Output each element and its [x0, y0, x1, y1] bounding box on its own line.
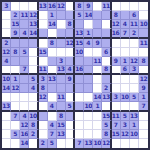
cell-r2c15-given: 6: [130, 11, 139, 20]
cell-r3c1-empty[interactable]: [2, 20, 11, 29]
cell-r6c16-empty[interactable]: [139, 48, 148, 57]
cell-r9c7-shaded-blank: [57, 75, 66, 84]
cell-r16c6-given: 5: [48, 139, 57, 148]
cell-r4c15-given: 2: [130, 29, 139, 38]
cell-r1c2-empty[interactable]: [11, 2, 20, 11]
cell-r7c13-given: 9: [112, 57, 121, 66]
cell-r8c14-given: 6: [121, 66, 130, 75]
cell-r5c10-given: 4: [84, 39, 93, 48]
cell-r13c3-given: 4: [20, 112, 29, 121]
cell-r7c16-given: 8: [139, 57, 148, 66]
cell-r2c1-empty[interactable]: [2, 11, 11, 20]
cell-r13c15-given: 13: [130, 112, 139, 121]
cell-r6c12-given: 6: [102, 48, 111, 57]
cell-r4c14-given: 7: [121, 29, 130, 38]
cell-r16c11-given: 10: [93, 139, 102, 148]
cell-r10c16-given: 9: [139, 84, 148, 93]
cell-r11c7-given: 11: [57, 93, 66, 102]
cell-r5c11-given: 9: [93, 39, 102, 48]
cell-r4c5-shaded-blank: [39, 29, 48, 38]
cell-r6c10-empty[interactable]: [84, 48, 93, 57]
cell-r3c12-empty[interactable]: [102, 20, 111, 29]
cell-r6c13-empty[interactable]: [112, 48, 121, 57]
cell-r13c2-given: 7: [11, 112, 20, 121]
cell-r4c16-shaded-blank: [139, 29, 148, 38]
cell-r11c10-empty[interactable]: [84, 93, 93, 102]
cell-r2c10-given: 14: [84, 11, 93, 20]
cell-r15c10-empty[interactable]: [84, 130, 93, 139]
cell-r7c3-shaded-blank: [20, 57, 29, 66]
cell-r15c11-empty[interactable]: [93, 130, 102, 139]
cell-r11c9-empty[interactable]: [75, 93, 84, 102]
cell-r3c15-given: 11: [130, 20, 139, 29]
cell-r1c4-empty[interactable]: [29, 2, 38, 11]
cell-r7c5-empty[interactable]: [39, 57, 48, 66]
cell-r14c14-given: 3: [121, 121, 130, 130]
cell-r10c11-empty[interactable]: [93, 84, 102, 93]
cell-r15c1-empty[interactable]: [2, 130, 11, 139]
cell-r11c3-empty[interactable]: [20, 93, 29, 102]
cell-r7c6-shaded-blank: [48, 57, 57, 66]
cell-r8c5-given: 11: [39, 66, 48, 75]
cell-r8c1-empty[interactable]: [2, 66, 11, 75]
cell-r14c1-empty[interactable]: [2, 121, 11, 130]
cell-r16c4-empty[interactable]: [29, 139, 38, 148]
cell-r7c10-shaded-blank: [84, 57, 93, 66]
cell-r11c8-empty[interactable]: [66, 93, 75, 102]
cell-r1c8-empty[interactable]: [66, 2, 75, 11]
cell-r2c12-shaded-blank: [102, 11, 111, 20]
cell-r16c14-empty[interactable]: [121, 139, 130, 148]
cell-r5c1-given: 2: [2, 39, 11, 48]
cell-r11c16-given: 1: [139, 93, 148, 102]
cell-r4c7-shaded-blank: [57, 29, 66, 38]
cell-r1c1-given: 3: [2, 2, 11, 11]
cell-r14c10-empty[interactable]: [84, 121, 93, 130]
cell-r4c3-given: 4: [20, 29, 29, 38]
cell-r2c11-shaded-blank: [93, 11, 102, 20]
cell-r4c8-shaded-blank: [66, 29, 75, 38]
cell-r2c7-shaded-blank: [57, 11, 66, 20]
cell-r7c1-given: 4: [2, 57, 11, 66]
cell-r3c13-given: 12: [112, 20, 121, 29]
cell-r13c14-given: 5: [121, 112, 130, 121]
cell-r9c5-given: 3: [39, 75, 48, 84]
cell-r14c3-given: 12: [20, 121, 29, 130]
cell-r6c3-given: 5: [20, 48, 29, 57]
cell-r8c11-empty[interactable]: [93, 66, 102, 75]
cell-r2c3-given: 11: [20, 11, 29, 20]
cell-r8c12-given: 8: [102, 66, 111, 75]
cell-r1c3-empty[interactable]: [20, 2, 29, 11]
cell-r10c3-shaded-blank: [20, 84, 29, 93]
cell-r9c16-given: 12: [139, 75, 148, 84]
cell-r11c14-given: 10: [121, 93, 130, 102]
cell-r3c5-empty[interactable]: [39, 20, 48, 29]
cell-r3c7-empty[interactable]: [57, 20, 66, 29]
cell-r4c4-given: 14: [29, 29, 38, 38]
cell-r4c6-empty[interactable]: [48, 29, 57, 38]
cell-r1c14-empty[interactable]: [121, 2, 130, 11]
cell-r4c13-given: 16: [112, 29, 121, 38]
cell-r1c7-given: 12: [57, 2, 66, 11]
cell-r11c2-empty[interactable]: [11, 93, 20, 102]
cell-r4c9-given: 13: [75, 29, 84, 38]
cell-r9c3-shaded-blank: [20, 75, 29, 84]
cell-r14c15-given: 1: [130, 121, 139, 130]
cell-r15c12-given: 8: [102, 130, 111, 139]
cell-r16c2-empty[interactable]: [11, 139, 20, 148]
cell-r11c12-given: 13: [102, 93, 111, 102]
cell-r3c11-shaded-blank: [93, 20, 102, 29]
cell-r15c2-given: 5: [11, 130, 20, 139]
cell-r12c1-given: 13: [2, 102, 11, 111]
cell-r15c15-given: 10: [130, 130, 139, 139]
cell-r12c9-shaded-blank: [75, 102, 84, 111]
cell-r2c2-given: 2: [11, 11, 20, 20]
cell-r15c4-given: 2: [29, 130, 38, 139]
cell-r14c4-given: 8: [29, 121, 38, 130]
cell-r8c4-empty[interactable]: [29, 66, 38, 75]
cell-r15c14-given: 12: [121, 130, 130, 139]
cell-r16c16-empty[interactable]: [139, 139, 148, 148]
cell-r10c1-given: 14: [2, 84, 11, 93]
cell-r5c13-empty[interactable]: [112, 39, 121, 48]
cell-r10c12-given: 2: [102, 84, 111, 93]
cell-r5c9-given: 15: [75, 39, 84, 48]
cell-r10c15-empty[interactable]: [130, 84, 139, 93]
cell-r3c8-given: 8: [66, 20, 75, 29]
cell-r8c13-empty[interactable]: [112, 66, 121, 75]
cell-r13c5-shaded-blank: [39, 112, 48, 121]
cell-r9c6-given: 13: [48, 75, 57, 84]
cell-r1c11-empty[interactable]: [93, 2, 102, 11]
cell-r10c7-shaded-blank: [57, 84, 66, 93]
cell-r15c7-given: 13: [57, 130, 66, 139]
cell-r2c5-empty[interactable]: [39, 11, 48, 20]
cell-r11c13-given: 3: [112, 93, 121, 102]
cell-r12c15-empty[interactable]: [130, 102, 139, 111]
cell-r5c12-shaded-blank: [102, 39, 111, 48]
cell-r8c9-given: 16: [75, 66, 84, 75]
cell-r4c10-given: 1: [84, 29, 93, 38]
cell-r14c5-empty[interactable]: [39, 121, 48, 130]
cell-r6c7-empty[interactable]: [57, 48, 66, 57]
cell-r15c6-given: 7: [48, 130, 57, 139]
cell-r2c14-shaded-blank: [121, 11, 130, 20]
cell-r10c10-shaded-blank: [84, 84, 93, 93]
cell-r2c6-given: 1: [48, 11, 57, 20]
cell-r6c4-empty[interactable]: [29, 48, 38, 57]
cell-r15c3-given: 16: [20, 130, 29, 139]
cell-r4c2-given: 9: [11, 29, 20, 38]
cell-r13c11-empty[interactable]: [93, 112, 102, 121]
cell-r15c16-empty[interactable]: [139, 130, 148, 139]
cell-r1c6-given: 16: [48, 2, 57, 11]
cell-r12c5-empty[interactable]: [39, 102, 48, 111]
cell-r3c16-given: 10: [139, 20, 148, 29]
cell-r9c14-empty[interactable]: [121, 75, 130, 84]
cell-r9c13-empty[interactable]: [112, 75, 121, 84]
cell-r8c10-shaded-blank: [84, 66, 93, 75]
cell-r3c6-given: 14: [48, 20, 57, 29]
cell-r16c3-given: 14: [20, 139, 29, 148]
cell-r5c7-shaded-blank: [57, 39, 66, 48]
cell-r16c13-empty[interactable]: [112, 139, 121, 148]
cell-r5c6-given: 8: [48, 39, 57, 48]
cell-r11c6-empty[interactable]: [48, 93, 57, 102]
sudoku-board: 3131612891121112151486151314812411109414…: [0, 0, 150, 150]
cell-r7c12-empty[interactable]: [102, 57, 111, 66]
cell-r2c4-given: 12: [29, 11, 38, 20]
cell-r9c8-given: 9: [66, 75, 75, 84]
cell-r3c14-given: 4: [121, 20, 130, 29]
cell-r1c13-empty[interactable]: [112, 2, 121, 11]
cell-r13c12-given: 15: [102, 112, 111, 121]
cell-r8c7-given: 13: [57, 66, 66, 75]
cell-r12c11-given: 1: [93, 102, 102, 111]
cell-r8c15-given: 3: [130, 66, 139, 75]
cell-r11c1-empty[interactable]: [2, 93, 11, 102]
cell-r2c8-shaded-blank: [66, 11, 75, 20]
cell-r13c1-empty[interactable]: [2, 112, 11, 121]
cell-r14c6-given: 4: [48, 121, 57, 130]
cell-r12c4-empty[interactable]: [29, 102, 38, 111]
cell-r12c14-empty[interactable]: [121, 102, 130, 111]
cell-r12c10-given: 10: [84, 102, 93, 111]
cell-r12c13-empty[interactable]: [112, 102, 121, 111]
cell-r1c9-given: 8: [75, 2, 84, 11]
cell-r9c1-given: 10: [2, 75, 11, 84]
cell-r4c11-shaded-blank: [93, 29, 102, 38]
cell-r2c9-given: 5: [75, 11, 84, 20]
cell-r11c5-given: 12: [39, 93, 48, 102]
cell-r15c13-given: 15: [112, 130, 121, 139]
cell-r6c14-empty[interactable]: [121, 48, 130, 57]
cell-r2c13-given: 8: [112, 11, 121, 20]
cell-r6c1-given: 12: [2, 48, 11, 57]
cell-r13c8-shaded-blank: [66, 112, 75, 121]
cell-r12c3-empty[interactable]: [20, 102, 29, 111]
cell-r4c1-empty[interactable]: [2, 29, 11, 38]
cell-r10c13-empty[interactable]: [112, 84, 121, 93]
cell-r3c3-shaded-blank: [20, 20, 29, 29]
cell-r3c10-empty[interactable]: [84, 20, 93, 29]
cell-r6c11-empty[interactable]: [93, 48, 102, 57]
cell-r14c9-empty[interactable]: [75, 121, 84, 130]
cell-r6c5-given: 15: [39, 48, 48, 57]
cell-r13c13-given: 11: [112, 112, 121, 121]
cell-r10c8-shaded-blank: [66, 84, 75, 93]
cell-r6c6-empty[interactable]: [48, 48, 57, 57]
cell-r16c5-given: 2: [39, 139, 48, 148]
cell-r8c8-given: 4: [66, 66, 75, 75]
cell-r5c16-given: 11: [139, 39, 148, 48]
cell-r7c8-shaded-blank: [66, 57, 75, 66]
cell-r13c6-empty[interactable]: [48, 112, 57, 121]
cell-r1c5-given: 13: [39, 2, 48, 11]
cell-r16c7-empty[interactable]: [57, 139, 66, 148]
cell-r14c12-given: 5: [102, 121, 111, 130]
cell-r12c12-empty[interactable]: [102, 102, 111, 111]
cell-r16c1-empty[interactable]: [2, 139, 11, 148]
cell-r16c9-given: 7: [75, 139, 84, 148]
cell-r11c4-empty[interactable]: [29, 93, 38, 102]
cell-r8c2-empty[interactable]: [11, 66, 20, 75]
cell-r7c4-empty[interactable]: [29, 57, 38, 66]
cell-r12c8-given: 5: [66, 102, 75, 111]
cell-r5c5-empty[interactable]: [39, 39, 48, 48]
cell-r14c13-given: 7: [112, 121, 121, 130]
cell-r8c16-empty[interactable]: [139, 66, 148, 75]
cell-r14c2-empty[interactable]: [11, 121, 20, 130]
cell-r7c7-given: 3: [57, 57, 66, 66]
cell-r1c10-given: 9: [84, 2, 93, 11]
cell-r10c5-given: 8: [39, 84, 48, 93]
cell-r15c5-empty[interactable]: [39, 130, 48, 139]
cell-r14c11-empty[interactable]: [93, 121, 102, 130]
cell-r6c9-given: 10: [75, 48, 84, 57]
cell-r10c9-shaded-blank: [75, 84, 84, 93]
cell-r16c12-given: 12: [102, 139, 111, 148]
cell-r1c15-empty[interactable]: [130, 2, 139, 11]
cell-r5c2-shaded-blank: [11, 39, 20, 48]
cell-r5c4-shaded-blank: [29, 39, 38, 48]
cell-r1c12-given: 11: [102, 2, 111, 11]
cell-r12c2-empty[interactable]: [11, 102, 20, 111]
cell-r16c15-empty[interactable]: [130, 139, 139, 148]
cell-r9c4-given: 5: [29, 75, 38, 84]
cell-r1c16-empty[interactable]: [139, 2, 148, 11]
cell-r5c14-empty[interactable]: [121, 39, 130, 48]
cell-r6c2-given: 8: [11, 48, 20, 57]
cell-r3c4-given: 13: [29, 20, 38, 29]
cell-r5c3-shaded-blank: [20, 39, 29, 48]
cell-r3c2-given: 15: [11, 20, 20, 29]
cell-r14c7-given: 15: [57, 121, 66, 130]
cell-r12c6-given: 4: [48, 102, 57, 111]
cell-r9c12-shaded-blank: [102, 75, 111, 84]
cell-r9c10-shaded-blank: [84, 75, 93, 84]
cell-r11c11-given: 14: [93, 93, 102, 102]
cell-r9c15-empty[interactable]: [130, 75, 139, 84]
cell-r7c11-given: 11: [93, 57, 102, 66]
cell-r13c9-empty[interactable]: [75, 112, 84, 121]
cell-r7c14-given: 1: [121, 57, 130, 66]
cell-r5c8-given: 12: [66, 39, 75, 48]
cell-r16c8-empty[interactable]: [66, 139, 75, 148]
cell-r7c15-given: 12: [130, 57, 139, 66]
cell-r7c9-shaded-blank: [75, 57, 84, 66]
cell-r15c8-empty[interactable]: [66, 130, 75, 139]
cell-r10c14-empty[interactable]: [121, 84, 130, 93]
cell-r12c16-given: 7: [139, 102, 148, 111]
cell-r3c9-shaded-blank: [75, 20, 84, 29]
cell-r16c10-given: 13: [84, 139, 93, 148]
cell-r7c2-shaded-blank: [11, 57, 20, 66]
cell-r15c9-empty[interactable]: [75, 130, 84, 139]
cell-r9c2-given: 1: [11, 75, 20, 84]
cell-r9c11-empty[interactable]: [93, 75, 102, 84]
cell-r10c4-given: 4: [29, 84, 38, 93]
cell-r10c6-shaded-blank: [48, 84, 57, 93]
cell-r10c2-given: 12: [11, 84, 20, 93]
cell-r11c15-given: 5: [130, 93, 139, 102]
cell-r4c12-shaded-blank: [102, 29, 111, 38]
cell-r13c16-empty[interactable]: [139, 112, 148, 121]
cell-r8c3-given: 7: [20, 66, 29, 75]
cell-r13c10-empty[interactable]: [84, 112, 93, 121]
cell-r12c7-shaded-blank: [57, 102, 66, 111]
cell-r9c9-shaded-blank: [75, 75, 84, 84]
cell-r13c4-given: 10: [29, 112, 38, 121]
cell-r6c15-empty[interactable]: [130, 48, 139, 57]
cell-r8c6-empty[interactable]: [48, 66, 57, 75]
cell-r14c16-empty[interactable]: [139, 121, 148, 130]
cell-r14c8-empty[interactable]: [66, 121, 75, 130]
cell-r13c7-given: 8: [57, 112, 66, 121]
cell-r2c16-empty[interactable]: [139, 11, 148, 20]
cell-r6c8-empty[interactable]: [66, 48, 75, 57]
cell-r5c15-empty[interactable]: [130, 39, 139, 48]
